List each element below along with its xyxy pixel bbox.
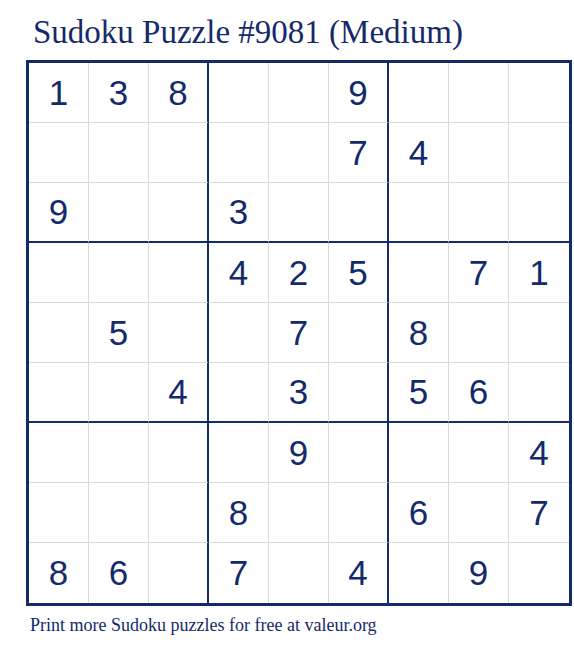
cell-r7c5: 9 (269, 423, 329, 483)
cell-r6c8: 6 (449, 363, 509, 423)
cell-r9c1: 8 (29, 543, 89, 603)
footer-text: Print more Sudoku puzzles for free at va… (30, 615, 377, 636)
cell-r9c7 (389, 543, 449, 603)
cell-r9c5 (269, 543, 329, 603)
cell-r8c8 (449, 483, 509, 543)
cell-r3c7 (389, 183, 449, 243)
cell-r8c2 (89, 483, 149, 543)
cell-r7c9: 4 (509, 423, 569, 483)
cell-r9c8: 9 (449, 543, 509, 603)
cell-r3c6 (329, 183, 389, 243)
cell-r9c3 (149, 543, 209, 603)
cell-r9c2: 6 (89, 543, 149, 603)
cell-r4c1 (29, 243, 89, 303)
cell-r4c8: 7 (449, 243, 509, 303)
cell-r7c8 (449, 423, 509, 483)
cell-r7c6 (329, 423, 389, 483)
cell-r5c5: 7 (269, 303, 329, 363)
cell-r6c2 (89, 363, 149, 423)
cell-r2c3 (149, 123, 209, 183)
cell-r8c6 (329, 483, 389, 543)
cell-r5c6 (329, 303, 389, 363)
cell-r8c9: 7 (509, 483, 569, 543)
cell-r3c2 (89, 183, 149, 243)
cell-r5c9 (509, 303, 569, 363)
cell-r5c4 (209, 303, 269, 363)
cell-r5c2: 5 (89, 303, 149, 363)
cell-r5c8 (449, 303, 509, 363)
cell-r7c2 (89, 423, 149, 483)
cell-r4c7 (389, 243, 449, 303)
cell-r2c9 (509, 123, 569, 183)
cell-r6c6 (329, 363, 389, 423)
cell-r2c8 (449, 123, 509, 183)
cell-r2c7: 4 (389, 123, 449, 183)
cell-r6c5: 3 (269, 363, 329, 423)
cell-r3c8 (449, 183, 509, 243)
cell-r9c4: 7 (209, 543, 269, 603)
cell-r6c4 (209, 363, 269, 423)
cell-r1c1: 1 (29, 63, 89, 123)
cell-r3c9 (509, 183, 569, 243)
cell-r4c5: 2 (269, 243, 329, 303)
cell-r3c4: 3 (209, 183, 269, 243)
cell-r3c5 (269, 183, 329, 243)
cell-r2c1 (29, 123, 89, 183)
sudoku-page: Sudoku Puzzle #9081 (Medium) 13897493425… (0, 0, 574, 651)
cell-r4c6: 5 (329, 243, 389, 303)
cell-r8c5 (269, 483, 329, 543)
sudoku-board: 138974934257157843569486786749 (26, 60, 572, 606)
cell-r6c7: 5 (389, 363, 449, 423)
cell-r1c4 (209, 63, 269, 123)
cell-r6c3: 4 (149, 363, 209, 423)
cell-r6c1 (29, 363, 89, 423)
cell-r9c9 (509, 543, 569, 603)
cell-r6c9 (509, 363, 569, 423)
cell-r1c3: 8 (149, 63, 209, 123)
puzzle-title: Sudoku Puzzle #9081 (Medium) (33, 14, 463, 50)
cell-r5c7: 8 (389, 303, 449, 363)
cell-r8c3 (149, 483, 209, 543)
cell-r5c3 (149, 303, 209, 363)
cell-r9c6: 4 (329, 543, 389, 603)
cell-r4c4: 4 (209, 243, 269, 303)
cell-r8c1 (29, 483, 89, 543)
cell-r1c8 (449, 63, 509, 123)
cell-r3c1: 9 (29, 183, 89, 243)
cell-r2c5 (269, 123, 329, 183)
cell-r5c1 (29, 303, 89, 363)
cell-r2c6: 7 (329, 123, 389, 183)
cell-r1c6: 9 (329, 63, 389, 123)
cell-r7c3 (149, 423, 209, 483)
cell-r1c2: 3 (89, 63, 149, 123)
cell-r8c4: 8 (209, 483, 269, 543)
cell-r4c2 (89, 243, 149, 303)
cell-r2c4 (209, 123, 269, 183)
cell-r4c9: 1 (509, 243, 569, 303)
cell-r7c4 (209, 423, 269, 483)
cell-r4c3 (149, 243, 209, 303)
cell-r7c1 (29, 423, 89, 483)
cell-r1c5 (269, 63, 329, 123)
cell-r7c7 (389, 423, 449, 483)
cell-r8c7: 6 (389, 483, 449, 543)
cell-r3c3 (149, 183, 209, 243)
cell-r1c7 (389, 63, 449, 123)
cell-r2c2 (89, 123, 149, 183)
cell-r1c9 (509, 63, 569, 123)
